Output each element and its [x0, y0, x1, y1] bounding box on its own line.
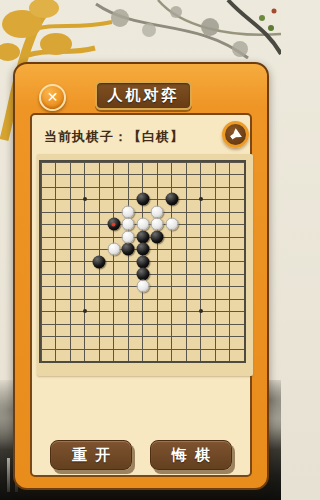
white-stone [122, 218, 135, 231]
status-bar: 当前执棋子： 【白棋】 [44, 123, 246, 151]
star-point [199, 197, 203, 201]
black-stone [151, 230, 164, 243]
status-label: 当前执棋子： [44, 128, 128, 146]
close-icon: ✕ [47, 89, 59, 105]
white-stone [122, 205, 135, 218]
undo-button[interactable]: 悔棋 [150, 440, 232, 470]
panel-body: 当前执棋子： 【白棋】 重开 悔棋 [30, 113, 252, 477]
page-title: 人机对弈 [108, 86, 180, 105]
black-stone [136, 255, 149, 268]
black-stone [107, 218, 120, 231]
star-point [83, 309, 87, 313]
star-point [83, 197, 87, 201]
black-stone [136, 193, 149, 206]
ink-branch-decoration [96, 0, 281, 58]
white-stone [151, 218, 164, 231]
sound-button[interactable] [222, 121, 249, 148]
undo-label: 悔棋 [164, 446, 218, 465]
last-move-marker [112, 222, 116, 226]
game-panel: ✕ 人机对弈 当前执棋子： 【白棋】 重开 悔棋 [13, 62, 269, 490]
action-buttons: 重开 悔棋 [32, 440, 250, 470]
black-stone [136, 243, 149, 256]
black-stone [122, 243, 135, 256]
black-stone [93, 255, 106, 268]
white-stone [122, 230, 135, 243]
board-grid[interactable] [39, 160, 246, 363]
megaphone-icon [228, 127, 244, 143]
white-stone [107, 243, 120, 256]
white-stone [151, 205, 164, 218]
white-stone [136, 280, 149, 293]
black-stone [136, 230, 149, 243]
close-button[interactable]: ✕ [39, 84, 66, 111]
black-stone [165, 193, 178, 206]
black-stone [136, 267, 149, 280]
white-stone [165, 218, 178, 231]
restart-label: 重开 [64, 446, 118, 465]
status-value: 【白棋】 [128, 128, 184, 146]
app-screen: { "game": "gomoku", "window": { "width":… [0, 0, 281, 500]
ink-streak [7, 458, 10, 492]
star-point [199, 309, 203, 313]
white-stone [136, 218, 149, 231]
gomoku-board [37, 154, 253, 376]
title-banner: 人机对弈 [95, 81, 192, 110]
restart-button[interactable]: 重开 [50, 440, 132, 470]
